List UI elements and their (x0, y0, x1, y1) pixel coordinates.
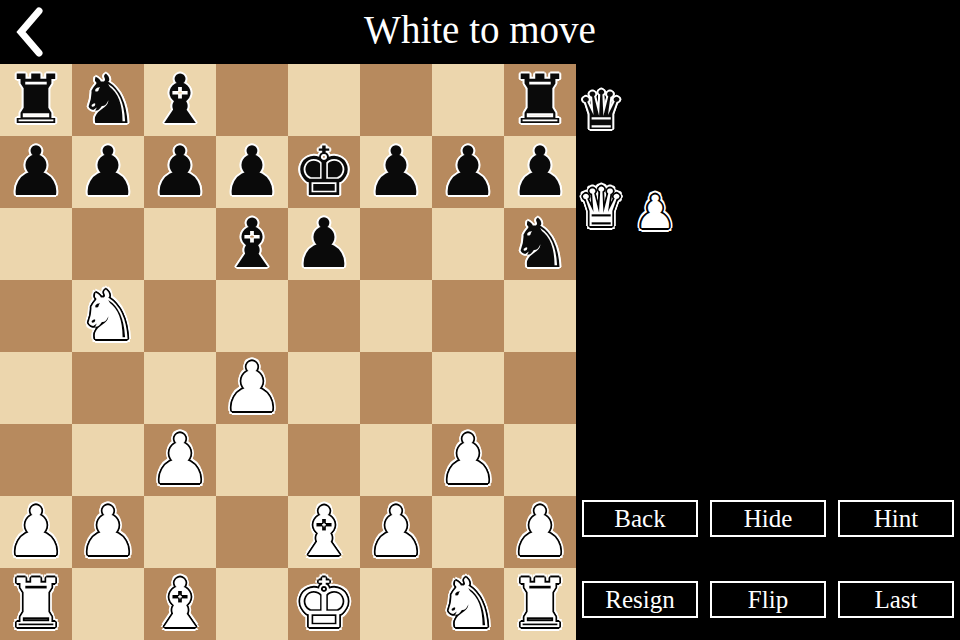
square-h8[interactable]: ♜ (504, 64, 576, 136)
hint-button[interactable]: Hint (838, 500, 954, 537)
square-d7[interactable]: ♟ (216, 136, 288, 208)
piece-white-pawn: ♟ (510, 496, 571, 568)
square-e1[interactable]: ♚ (288, 568, 360, 640)
square-g5[interactable] (432, 280, 504, 352)
piece-white-rook: ♜ (510, 568, 571, 640)
square-d3[interactable] (216, 424, 288, 496)
square-b5[interactable]: ♞ (72, 280, 144, 352)
square-d5[interactable] (216, 280, 288, 352)
square-g2[interactable] (432, 496, 504, 568)
square-e6[interactable]: ♟ (288, 208, 360, 280)
piece-white-pawn: ♟ (78, 496, 139, 568)
square-b8[interactable]: ♞ (72, 64, 144, 136)
square-h7[interactable]: ♟ (504, 136, 576, 208)
square-c5[interactable] (144, 280, 216, 352)
piece-black-king: ♚ (294, 136, 355, 208)
square-a5[interactable] (0, 280, 72, 352)
piece-black-rook: ♜ (6, 64, 67, 136)
piece-black-rook: ♜ (510, 64, 571, 136)
square-e3[interactable] (288, 424, 360, 496)
last-move-button[interactable]: Last (838, 581, 954, 618)
square-e7[interactable]: ♚ (288, 136, 360, 208)
captured-black-pieces-tray: ♛ (577, 84, 625, 138)
piece-white-pawn: ♟ (222, 352, 283, 424)
square-f5[interactable] (360, 280, 432, 352)
square-g6[interactable] (432, 208, 504, 280)
square-d1[interactable] (216, 568, 288, 640)
square-f4[interactable] (360, 352, 432, 424)
piece-black-bishop: ♝ (222, 208, 283, 280)
square-b4[interactable] (72, 352, 144, 424)
square-g1[interactable]: ♞ (432, 568, 504, 640)
square-c4[interactable] (144, 352, 216, 424)
square-b3[interactable] (72, 424, 144, 496)
captured-white-queen: ♛ (577, 181, 625, 235)
square-h2[interactable]: ♟ (504, 496, 576, 568)
flip-board-button[interactable]: Flip (710, 581, 826, 618)
piece-white-king: ♚ (294, 568, 355, 640)
piece-white-pawn: ♟ (366, 496, 427, 568)
square-d4[interactable]: ♟ (216, 352, 288, 424)
square-f1[interactable] (360, 568, 432, 640)
piece-white-knight: ♞ (78, 280, 139, 352)
square-c7[interactable]: ♟ (144, 136, 216, 208)
square-b2[interactable]: ♟ (72, 496, 144, 568)
square-d8[interactable] (216, 64, 288, 136)
piece-white-pawn: ♟ (150, 424, 211, 496)
piece-black-bishop: ♝ (150, 64, 211, 136)
square-c3[interactable]: ♟ (144, 424, 216, 496)
square-a6[interactable] (0, 208, 72, 280)
square-c2[interactable] (144, 496, 216, 568)
square-c8[interactable]: ♝ (144, 64, 216, 136)
piece-white-bishop: ♝ (150, 568, 211, 640)
square-g3[interactable]: ♟ (432, 424, 504, 496)
square-h3[interactable] (504, 424, 576, 496)
resign-button[interactable]: Resign (582, 581, 698, 618)
square-a8[interactable]: ♜ (0, 64, 72, 136)
captured-black-queen: ♛ (577, 84, 625, 138)
piece-white-rook: ♜ (6, 568, 67, 640)
piece-black-pawn: ♟ (438, 136, 499, 208)
square-e2[interactable]: ♝ (288, 496, 360, 568)
back-move-button[interactable]: Back (582, 500, 698, 537)
square-f7[interactable]: ♟ (360, 136, 432, 208)
header-bar: White to move (0, 0, 960, 64)
piece-black-pawn: ♟ (6, 136, 67, 208)
captured-white-pieces-tray: ♛♟ (577, 181, 676, 235)
captured-white-pawn: ♟ (634, 189, 675, 235)
piece-white-pawn: ♟ (438, 424, 499, 496)
square-b1[interactable] (72, 568, 144, 640)
square-g8[interactable] (432, 64, 504, 136)
square-b7[interactable]: ♟ (72, 136, 144, 208)
square-c6[interactable] (144, 208, 216, 280)
piece-black-pawn: ♟ (294, 208, 355, 280)
square-f8[interactable] (360, 64, 432, 136)
square-f2[interactable]: ♟ (360, 496, 432, 568)
square-e5[interactable] (288, 280, 360, 352)
square-a7[interactable]: ♟ (0, 136, 72, 208)
piece-white-knight: ♞ (438, 568, 499, 640)
piece-white-pawn: ♟ (6, 496, 67, 568)
piece-black-pawn: ♟ (78, 136, 139, 208)
square-a3[interactable] (0, 424, 72, 496)
square-e4[interactable] (288, 352, 360, 424)
square-b6[interactable] (72, 208, 144, 280)
chess-board: ♜♞♝♜♟♟♟♟♚♟♟♟♝♟♞♞♟♟♟♟♟♝♟♟♜♝♚♞♜ (0, 64, 576, 640)
piece-black-pawn: ♟ (150, 136, 211, 208)
square-g7[interactable]: ♟ (432, 136, 504, 208)
piece-black-pawn: ♟ (510, 136, 571, 208)
piece-black-knight: ♞ (510, 208, 571, 280)
square-e8[interactable] (288, 64, 360, 136)
piece-black-pawn: ♟ (222, 136, 283, 208)
chess-app: White to move ♜♞♝♜♟♟♟♟♚♟♟♟♝♟♞♞♟♟♟♟♟♝♟♟♜♝… (0, 0, 960, 640)
square-f6[interactable] (360, 208, 432, 280)
square-h5[interactable] (504, 280, 576, 352)
square-a4[interactable] (0, 352, 72, 424)
square-g4[interactable] (432, 352, 504, 424)
square-a1[interactable]: ♜ (0, 568, 72, 640)
square-d6[interactable]: ♝ (216, 208, 288, 280)
square-c1[interactable]: ♝ (144, 568, 216, 640)
piece-black-pawn: ♟ (366, 136, 427, 208)
square-a2[interactable]: ♟ (0, 496, 72, 568)
square-f3[interactable] (360, 424, 432, 496)
square-d2[interactable] (216, 496, 288, 568)
piece-white-bishop: ♝ (294, 496, 355, 568)
square-h6[interactable]: ♞ (504, 208, 576, 280)
hide-button[interactable]: Hide (710, 500, 826, 537)
square-h1[interactable]: ♜ (504, 568, 576, 640)
square-h4[interactable] (504, 352, 576, 424)
piece-black-knight: ♞ (78, 64, 139, 136)
page-title: White to move (0, 4, 960, 56)
